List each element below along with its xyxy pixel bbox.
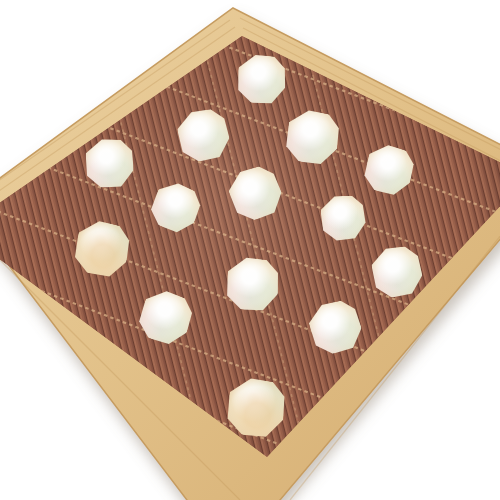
mat-vignette: [0, 0, 500, 500]
photo-canvas: [0, 0, 500, 500]
tray-board: [0, 0, 500, 500]
bamboo-mat: [0, 0, 500, 500]
